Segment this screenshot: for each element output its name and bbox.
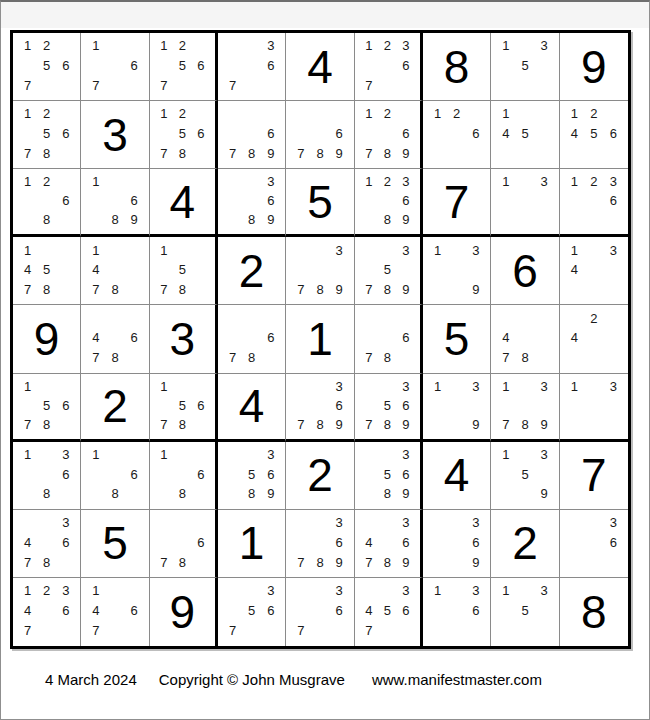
- cell-r1c9: 9: [560, 33, 628, 101]
- candidate-digit: 6: [261, 124, 280, 144]
- candidate-digit: 7: [86, 621, 105, 641]
- candidate-digit: 7: [291, 280, 310, 300]
- pencil-marks: 125678: [150, 101, 215, 168]
- candidate-digit: 6: [330, 124, 349, 144]
- candidate-digit: 6: [466, 601, 485, 621]
- candidate-digit: 1: [428, 104, 447, 124]
- candidate-digit: 1: [18, 377, 37, 396]
- candidate-digit: 4: [86, 328, 105, 348]
- candidate-digit: 8: [310, 552, 329, 572]
- pencil-marks: 126: [423, 101, 490, 168]
- candidate-digit: 8: [378, 415, 396, 434]
- candidate-digit: 3: [604, 513, 623, 533]
- cell-r7c5: 2: [286, 442, 354, 510]
- given-digit: 1: [218, 510, 285, 577]
- candidate-digit: 8: [378, 210, 396, 229]
- candidate-digit: 8: [173, 144, 191, 164]
- given-digit: 7: [560, 442, 628, 509]
- candidate-digit: 1: [496, 36, 515, 56]
- puzzle-page: 1256716712567367412367813591256783125678…: [0, 0, 650, 720]
- candidate-digit: 6: [192, 464, 210, 484]
- pencil-marks: 136: [423, 578, 490, 646]
- candidate-digit: 5: [378, 464, 396, 484]
- cell-r5c7: 5: [423, 305, 491, 373]
- candidate-digit: 2: [37, 36, 56, 56]
- candidate-digit: 6: [397, 464, 415, 484]
- candidate-digit: 6: [466, 532, 485, 552]
- candidate-digit: 8: [242, 144, 261, 164]
- cell-r7c9: 7: [560, 442, 628, 510]
- cell-r2c2: 3: [81, 101, 149, 169]
- cell-r5c1: 9: [13, 305, 81, 373]
- candidate-digit: 5: [173, 124, 191, 144]
- cell-r9c9: 8: [560, 578, 628, 646]
- candidate-digit: 7: [291, 144, 310, 164]
- cell-r5c6: 678: [355, 305, 423, 373]
- candidate-digit: 7: [223, 621, 242, 641]
- candidate-digit: 6: [604, 191, 623, 210]
- candidate-digit: 5: [173, 260, 191, 280]
- pencil-marks: 1478: [81, 237, 148, 304]
- cell-r7c2: 168: [81, 442, 149, 510]
- cell-r1c5: 4: [286, 33, 354, 101]
- given-digit: 9: [13, 305, 80, 372]
- candidate-digit: 1: [18, 104, 37, 124]
- candidate-digit: 6: [397, 328, 415, 348]
- candidate-digit: 5: [584, 124, 603, 144]
- candidate-digit: 6: [125, 328, 144, 348]
- candidate-digit: 9: [125, 210, 144, 229]
- candidate-digit: 1: [86, 445, 105, 465]
- cell-r8c7: 369: [423, 510, 491, 578]
- given-digit: 8: [560, 578, 628, 646]
- cell-r3c2: 1689: [81, 169, 149, 237]
- candidate-digit: 3: [397, 513, 415, 533]
- cell-r5c8: 478: [491, 305, 559, 373]
- cell-r3c3: 4: [150, 169, 218, 237]
- candidate-digit: 9: [466, 552, 485, 572]
- candidate-digit: 3: [604, 240, 623, 260]
- candidate-digit: 9: [397, 144, 415, 164]
- candidate-digit: 7: [155, 280, 173, 300]
- cell-r1c1: 12567: [13, 33, 81, 101]
- candidate-digit: 3: [397, 581, 415, 601]
- candidate-digit: 6: [125, 601, 144, 621]
- cell-r6c6: 356789: [355, 374, 423, 442]
- cell-r4c1: 14578: [13, 237, 81, 305]
- candidate-digit: 4: [565, 124, 584, 144]
- candidate-digit: 2: [378, 104, 396, 124]
- candidate-digit: 6: [192, 396, 210, 415]
- candidate-digit: 3: [261, 172, 280, 191]
- cell-r4c5: 3789: [286, 237, 354, 305]
- cell-r9c4: 3567: [218, 578, 286, 646]
- candidate-digit: 4: [496, 124, 515, 144]
- candidate-digit: 1: [428, 240, 447, 260]
- cell-r5c2: 4678: [81, 305, 149, 373]
- candidate-digit: 9: [397, 280, 415, 300]
- candidate-digit: 6: [125, 56, 144, 76]
- given-digit: 3: [150, 305, 215, 372]
- candidate-digit: 4: [565, 328, 584, 348]
- candidate-digit: 8: [242, 348, 261, 368]
- candidate-digit: 8: [37, 552, 56, 572]
- cell-r9c7: 136: [423, 578, 491, 646]
- pencil-marks: 478: [491, 305, 558, 372]
- given-digit: 4: [218, 374, 285, 439]
- candidate-digit: 6: [397, 56, 415, 76]
- candidate-digit: 3: [330, 513, 349, 533]
- given-digit: 1: [286, 305, 353, 372]
- candidate-digit: 2: [378, 172, 396, 191]
- candidate-digit: 1: [496, 172, 515, 191]
- candidate-digit: 1: [18, 445, 37, 465]
- given-digit: 6: [491, 237, 558, 304]
- candidate-digit: 7: [155, 75, 173, 95]
- footer-copyright: Copyright © John Musgrave: [159, 671, 345, 688]
- cell-r9c3: 9: [150, 578, 218, 646]
- pencil-marks: 1578: [150, 237, 215, 304]
- candidate-digit: 3: [261, 445, 280, 465]
- candidate-digit: 1: [496, 445, 515, 465]
- candidate-digit: 6: [397, 532, 415, 552]
- cell-r6c1: 15678: [13, 374, 81, 442]
- cell-r4c3: 1578: [150, 237, 218, 305]
- given-digit: 9: [560, 33, 628, 100]
- candidate-digit: 7: [18, 621, 37, 641]
- cell-r4c8: 6: [491, 237, 559, 305]
- candidate-digit: 3: [535, 377, 554, 396]
- cell-r9c1: 123467: [13, 578, 81, 646]
- candidate-digit: 2: [173, 36, 191, 56]
- candidate-digit: 2: [447, 104, 466, 124]
- candidate-digit: 6: [125, 191, 144, 210]
- pencil-marks: 36: [560, 510, 628, 577]
- candidate-digit: 9: [330, 144, 349, 164]
- candidate-digit: 3: [535, 172, 554, 191]
- candidate-digit: 8: [242, 484, 261, 504]
- pencil-marks: 4678: [81, 305, 148, 372]
- candidate-digit: 7: [223, 348, 242, 368]
- candidate-digit: 3: [466, 581, 485, 601]
- candidate-digit: 7: [360, 144, 378, 164]
- candidate-digit: 7: [291, 415, 310, 434]
- candidate-digit: 1: [496, 581, 515, 601]
- cell-r3c5: 5: [286, 169, 354, 237]
- given-digit: 2: [286, 442, 353, 509]
- candidate-digit: 4: [18, 601, 37, 621]
- candidate-digit: 1: [496, 377, 515, 396]
- cell-r2c5: 6789: [286, 101, 354, 169]
- candidate-digit: 3: [330, 240, 349, 260]
- cell-r3c7: 7: [423, 169, 491, 237]
- cell-r8c1: 34678: [13, 510, 81, 578]
- given-digit: 4: [286, 33, 353, 100]
- candidate-digit: 4: [565, 260, 584, 280]
- pencil-marks: 356789: [355, 374, 420, 439]
- pencil-marks: 134: [560, 237, 628, 304]
- candidate-digit: 8: [173, 552, 191, 572]
- cell-r9c2: 1467: [81, 578, 149, 646]
- candidate-digit: 5: [515, 56, 534, 76]
- cell-r2c3: 125678: [150, 101, 218, 169]
- cell-r8c4: 1: [218, 510, 286, 578]
- candidate-digit: 8: [515, 348, 534, 368]
- pencil-marks: 14578: [13, 237, 80, 304]
- cell-r7c1: 1368: [13, 442, 81, 510]
- pencil-marks: 13: [560, 374, 628, 439]
- candidate-digit: 1: [360, 36, 378, 56]
- pencil-marks: 1689: [81, 169, 148, 234]
- given-digit: 5: [423, 305, 490, 372]
- cell-r7c7: 4: [423, 442, 491, 510]
- candidate-digit: 5: [515, 464, 534, 484]
- cell-r3c1: 1268: [13, 169, 81, 237]
- pencil-marks: 1268: [13, 169, 80, 234]
- candidate-digit: 4: [18, 260, 37, 280]
- given-digit: 3: [81, 101, 148, 168]
- cell-r8c8: 2: [491, 510, 559, 578]
- candidate-digit: 8: [242, 210, 261, 229]
- candidate-digit: 2: [37, 581, 56, 601]
- candidate-digit: 7: [223, 144, 242, 164]
- candidate-digit: 1: [86, 581, 105, 601]
- candidate-digit: 8: [105, 280, 124, 300]
- given-digit: 2: [491, 510, 558, 577]
- candidate-digit: 9: [330, 280, 349, 300]
- candidate-digit: 6: [261, 56, 280, 76]
- cell-r9c6: 34567: [355, 578, 423, 646]
- cell-r7c3: 168: [150, 442, 218, 510]
- candidate-digit: 3: [604, 172, 623, 191]
- pencil-marks: 36789: [286, 374, 353, 439]
- given-digit: 7: [423, 169, 490, 234]
- candidate-digit: 2: [37, 172, 56, 191]
- pencil-marks: 35689: [355, 442, 420, 509]
- cell-r2c7: 126: [423, 101, 491, 169]
- candidate-digit: 1: [428, 377, 447, 396]
- cell-r8c3: 678: [150, 510, 218, 578]
- candidate-digit: 8: [310, 144, 329, 164]
- candidate-digit: 9: [397, 552, 415, 572]
- given-digit: 2: [81, 374, 148, 439]
- candidate-digit: 3: [397, 172, 415, 191]
- sudoku-board: 1256716712567367412367813591256783125678…: [10, 30, 631, 649]
- cell-r2c8: 145: [491, 101, 559, 169]
- candidate-digit: 2: [584, 308, 603, 328]
- footer-date: 4 March 2024: [45, 671, 137, 688]
- pencil-marks: 678: [218, 305, 285, 372]
- cell-r7c6: 35689: [355, 442, 423, 510]
- candidate-digit: 8: [173, 415, 191, 434]
- candidate-digit: 6: [56, 601, 75, 621]
- pencil-marks: 123689: [355, 169, 420, 234]
- candidate-digit: 8: [310, 415, 329, 434]
- given-digit: 4: [150, 169, 215, 234]
- candidate-digit: 6: [330, 396, 349, 415]
- given-digit: 5: [81, 510, 148, 577]
- candidate-digit: 1: [18, 172, 37, 191]
- cell-r5c4: 678: [218, 305, 286, 373]
- candidate-digit: 9: [261, 484, 280, 504]
- candidate-digit: 3: [397, 240, 415, 260]
- candidate-digit: 1: [565, 377, 584, 396]
- pencil-marks: 126789: [355, 101, 420, 168]
- candidate-digit: 6: [56, 396, 75, 415]
- candidate-digit: 6: [56, 124, 75, 144]
- candidate-digit: 7: [360, 621, 378, 641]
- candidate-digit: 8: [378, 484, 396, 504]
- pencil-marks: 12456: [560, 101, 628, 168]
- candidate-digit: 7: [155, 144, 173, 164]
- candidate-digit: 1: [360, 104, 378, 124]
- candidate-digit: 9: [466, 280, 485, 300]
- candidate-digit: 6: [261, 191, 280, 210]
- candidate-digit: 3: [261, 581, 280, 601]
- footer: 4 March 2024 Copyright © John Musgrave w…: [45, 671, 542, 688]
- candidate-digit: 7: [360, 280, 378, 300]
- candidate-digit: 1: [18, 36, 37, 56]
- candidate-digit: 7: [360, 348, 378, 368]
- candidate-digit: 3: [56, 513, 75, 533]
- candidate-digit: 8: [105, 484, 124, 504]
- pencil-marks: 6789: [218, 101, 285, 168]
- candidate-digit: 6: [56, 464, 75, 484]
- pencil-marks: 34678: [13, 510, 80, 577]
- candidate-digit: 2: [584, 172, 603, 191]
- candidate-digit: 1: [565, 172, 584, 191]
- candidate-digit: 4: [86, 601, 105, 621]
- candidate-digit: 6: [56, 191, 75, 210]
- pencil-marks: 12367: [355, 33, 420, 100]
- candidate-digit: 5: [515, 124, 534, 144]
- candidate-digit: 8: [310, 280, 329, 300]
- pencil-marks: 3567: [218, 578, 285, 646]
- candidate-digit: 3: [466, 240, 485, 260]
- cell-r5c9: 24: [560, 305, 628, 373]
- pencil-marks: 367: [286, 578, 353, 646]
- candidate-digit: 9: [535, 484, 554, 504]
- cell-r1c8: 135: [491, 33, 559, 101]
- candidate-digit: 1: [155, 36, 173, 56]
- cell-r2c6: 126789: [355, 101, 423, 169]
- candidate-digit: 4: [496, 328, 515, 348]
- pencil-marks: 168: [150, 442, 215, 509]
- candidate-digit: 6: [397, 601, 415, 621]
- candidate-digit: 1: [86, 36, 105, 56]
- candidate-digit: 5: [37, 396, 56, 415]
- candidate-digit: 8: [378, 348, 396, 368]
- candidate-digit: 7: [496, 415, 515, 434]
- cell-r4c4: 2: [218, 237, 286, 305]
- cell-r6c8: 13789: [491, 374, 559, 442]
- candidate-digit: 6: [192, 532, 210, 552]
- pencil-marks: 123467: [13, 578, 80, 646]
- pencil-marks: 12567: [13, 33, 80, 100]
- candidate-digit: 8: [378, 280, 396, 300]
- pencil-marks: 3789: [286, 237, 353, 304]
- candidate-digit: 5: [515, 601, 534, 621]
- candidate-digit: 3: [466, 377, 485, 396]
- candidate-digit: 1: [565, 240, 584, 260]
- cell-r6c5: 36789: [286, 374, 354, 442]
- candidate-digit: 1: [155, 240, 173, 260]
- given-digit: 9: [150, 578, 215, 646]
- candidate-digit: 9: [261, 144, 280, 164]
- cell-r3c9: 1236: [560, 169, 628, 237]
- candidate-digit: 6: [397, 124, 415, 144]
- cell-r1c2: 167: [81, 33, 149, 101]
- candidate-digit: 1: [360, 172, 378, 191]
- candidate-digit: 7: [18, 75, 37, 95]
- candidate-digit: 3: [535, 581, 554, 601]
- candidate-digit: 3: [330, 581, 349, 601]
- pencil-marks: 168: [81, 442, 148, 509]
- cell-r6c4: 4: [218, 374, 286, 442]
- candidate-digit: 6: [125, 464, 144, 484]
- candidate-digit: 6: [397, 396, 415, 415]
- cell-r7c8: 1359: [491, 442, 559, 510]
- candidate-digit: 8: [378, 552, 396, 572]
- candidate-digit: 6: [604, 532, 623, 552]
- candidate-digit: 1: [155, 377, 173, 396]
- candidate-digit: 8: [37, 415, 56, 434]
- candidate-digit: 7: [18, 280, 37, 300]
- candidate-digit: 7: [291, 552, 310, 572]
- candidate-digit: 7: [496, 348, 515, 368]
- top-margin-strip: [1, 2, 649, 28]
- pencil-marks: 15678: [13, 374, 80, 439]
- candidate-digit: 7: [86, 75, 105, 95]
- candidate-digit: 1: [155, 104, 173, 124]
- candidate-digit: 3: [535, 445, 554, 465]
- candidate-digit: 9: [330, 552, 349, 572]
- candidate-digit: 9: [261, 210, 280, 229]
- candidate-digit: 1: [496, 104, 515, 124]
- candidate-digit: 8: [37, 280, 56, 300]
- candidate-digit: 5: [37, 124, 56, 144]
- cell-r1c3: 12567: [150, 33, 218, 101]
- candidate-digit: 8: [173, 280, 191, 300]
- pencil-marks: 3689: [218, 169, 285, 234]
- cell-r9c8: 135: [491, 578, 559, 646]
- candidate-digit: 8: [37, 144, 56, 164]
- cell-r8c2: 5: [81, 510, 149, 578]
- candidate-digit: 3: [330, 377, 349, 396]
- cell-r3c8: 13: [491, 169, 559, 237]
- cell-r1c7: 8: [423, 33, 491, 101]
- candidate-digit: 5: [173, 396, 191, 415]
- candidate-digit: 1: [18, 240, 37, 260]
- cell-r8c6: 346789: [355, 510, 423, 578]
- candidate-digit: 8: [37, 210, 56, 229]
- candidate-digit: 2: [173, 104, 191, 124]
- pencil-marks: 36789: [286, 510, 353, 577]
- candidate-digit: 6: [192, 56, 210, 76]
- candidate-digit: 7: [155, 415, 173, 434]
- candidate-digit: 3: [535, 36, 554, 56]
- pencil-marks: 13: [491, 169, 558, 234]
- cell-r6c9: 13: [560, 374, 628, 442]
- candidate-digit: 3: [397, 377, 415, 396]
- pencil-marks: 369: [423, 510, 490, 577]
- candidate-digit: 7: [360, 552, 378, 572]
- cell-r7c4: 35689: [218, 442, 286, 510]
- candidate-digit: 3: [397, 445, 415, 465]
- candidate-digit: 4: [360, 601, 378, 621]
- candidate-digit: 1: [18, 581, 37, 601]
- candidate-digit: 7: [360, 75, 378, 95]
